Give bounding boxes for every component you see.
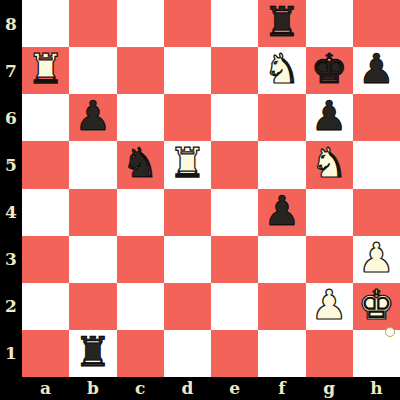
file-label-spacer [0, 377, 22, 400]
rank-label-3: 3 [0, 236, 22, 283]
square-b2[interactable] [69, 283, 116, 330]
white-rook[interactable]: ♜ [27, 49, 64, 90]
square-a4[interactable] [22, 189, 69, 236]
square-c1[interactable] [117, 330, 164, 377]
white-pawn[interactable]: ♟ [358, 238, 395, 279]
square-e1[interactable] [211, 330, 258, 377]
chess-board: ♜♜♞♚♟♟♟♞♜♞♟♟♟♚♜ [22, 0, 400, 377]
square-d5[interactable]: ♜ [164, 141, 211, 188]
square-h2[interactable]: ♚ [353, 283, 400, 330]
file-label-b: b [69, 377, 116, 400]
file-label-e: e [211, 377, 258, 400]
white-rook[interactable]: ♜ [169, 143, 206, 184]
square-g2[interactable]: ♟ [306, 283, 353, 330]
black-pawn[interactable]: ♟ [74, 96, 111, 137]
square-f3[interactable] [258, 236, 305, 283]
file-labels: abcdefgh [0, 377, 400, 400]
white-king[interactable]: ♚ [358, 285, 395, 326]
square-g3[interactable] [306, 236, 353, 283]
square-a5[interactable] [22, 141, 69, 188]
square-f5[interactable] [258, 141, 305, 188]
square-c4[interactable] [117, 189, 164, 236]
black-pawn[interactable]: ♟ [358, 49, 395, 90]
rank-label-5: 5 [0, 141, 22, 188]
square-h8[interactable] [353, 0, 400, 47]
rank-label-1: 1 [0, 330, 22, 377]
square-d4[interactable] [164, 189, 211, 236]
rank-label-4: 4 [0, 189, 22, 236]
rank-labels: 87654321 [0, 0, 22, 377]
file-label-d: d [164, 377, 211, 400]
square-f6[interactable] [258, 94, 305, 141]
square-b8[interactable] [69, 0, 116, 47]
square-a2[interactable] [22, 283, 69, 330]
square-g1[interactable] [306, 330, 353, 377]
square-d8[interactable] [164, 0, 211, 47]
square-e5[interactable] [211, 141, 258, 188]
square-b1[interactable]: ♜ [69, 330, 116, 377]
square-e2[interactable] [211, 283, 258, 330]
square-e6[interactable] [211, 94, 258, 141]
square-b4[interactable] [69, 189, 116, 236]
rank-label-8: 8 [0, 0, 22, 47]
square-a8[interactable] [22, 0, 69, 47]
file-label-c: c [117, 377, 164, 400]
square-f2[interactable] [258, 283, 305, 330]
file-label-a: a [22, 377, 69, 400]
square-d3[interactable] [164, 236, 211, 283]
square-d6[interactable] [164, 94, 211, 141]
white-knight[interactable]: ♞ [263, 49, 300, 90]
square-h5[interactable] [353, 141, 400, 188]
file-label-f: f [258, 377, 305, 400]
square-c5[interactable]: ♞ [117, 141, 164, 188]
chess-board-screenshot: 87654321 ♜♜♞♚♟♟♟♞♜♞♟♟♟♚♜ abcdefgh [0, 0, 400, 400]
square-f1[interactable] [258, 330, 305, 377]
square-f8[interactable]: ♜ [258, 0, 305, 47]
black-rook[interactable]: ♜ [74, 332, 111, 373]
square-f4[interactable]: ♟ [258, 189, 305, 236]
square-a1[interactable] [22, 330, 69, 377]
black-pawn[interactable]: ♟ [263, 191, 300, 232]
square-c7[interactable] [117, 47, 164, 94]
white-knight[interactable]: ♞ [311, 143, 348, 184]
square-d7[interactable] [164, 47, 211, 94]
square-e7[interactable] [211, 47, 258, 94]
file-label-h: h [353, 377, 400, 400]
square-h7[interactable]: ♟ [353, 47, 400, 94]
square-b7[interactable] [69, 47, 116, 94]
square-a7[interactable]: ♜ [22, 47, 69, 94]
white-to-move-indicator [385, 327, 395, 337]
square-g5[interactable]: ♞ [306, 141, 353, 188]
square-c2[interactable] [117, 283, 164, 330]
square-f7[interactable]: ♞ [258, 47, 305, 94]
square-d2[interactable] [164, 283, 211, 330]
rank-label-2: 2 [0, 283, 22, 330]
square-g8[interactable] [306, 0, 353, 47]
rank-label-7: 7 [0, 47, 22, 94]
square-c6[interactable] [117, 94, 164, 141]
square-g7[interactable]: ♚ [306, 47, 353, 94]
black-pawn[interactable]: ♟ [311, 96, 348, 137]
square-e3[interactable] [211, 236, 258, 283]
square-a6[interactable] [22, 94, 69, 141]
square-h6[interactable] [353, 94, 400, 141]
square-b6[interactable]: ♟ [69, 94, 116, 141]
square-c3[interactable] [117, 236, 164, 283]
black-king[interactable]: ♚ [311, 49, 348, 90]
square-b3[interactable] [69, 236, 116, 283]
square-g6[interactable]: ♟ [306, 94, 353, 141]
square-h4[interactable] [353, 189, 400, 236]
square-b5[interactable] [69, 141, 116, 188]
white-pawn[interactable]: ♟ [311, 285, 348, 326]
rank-label-6: 6 [0, 94, 22, 141]
square-h3[interactable]: ♟ [353, 236, 400, 283]
square-g4[interactable] [306, 189, 353, 236]
square-d1[interactable] [164, 330, 211, 377]
square-e4[interactable] [211, 189, 258, 236]
square-e8[interactable] [211, 0, 258, 47]
square-h1[interactable] [353, 330, 400, 377]
square-a3[interactable] [22, 236, 69, 283]
black-knight[interactable]: ♞ [122, 143, 159, 184]
black-rook[interactable]: ♜ [263, 2, 300, 43]
file-label-g: g [306, 377, 353, 400]
square-c8[interactable] [117, 0, 164, 47]
